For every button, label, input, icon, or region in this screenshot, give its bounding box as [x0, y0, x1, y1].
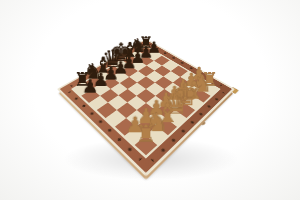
board-field: ♜♞♝♛♚♝♞♜♟♟♟♟♟♟♟♟♟♟♟♟♟♟♟♟♜♞♝♛♚♝♞♜ [74, 46, 218, 155]
piece-black-pawn-a7: ♟ [82, 77, 99, 96]
square-d5 [128, 83, 146, 96]
board-perspective-wrapper: ♜♞♝♛♚♝♞♜♟♟♟♟♟♟♟♟♟♟♟♟♟♟♟♟♜♞♝♛♚♝♞♜ [83, 26, 209, 152]
chess-set-product-photo: ♜♞♝♛♚♝♞♜♟♟♟♟♟♟♟♟♟♟♟♟♟♟♟♟♜♞♝♛♚♝♞♜ [0, 0, 300, 200]
piece-white-rook-a1: ♜ [135, 122, 156, 145]
